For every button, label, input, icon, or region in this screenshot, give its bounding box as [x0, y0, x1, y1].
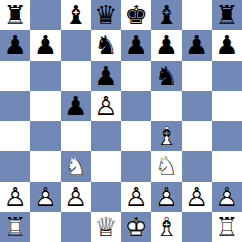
black-pawn-icon: ♟ [61, 91, 91, 121]
black-queen-icon: ♛ [91, 0, 121, 30]
square-e5[interactable] [121, 91, 151, 121]
square-d8[interactable]: ♛ [91, 0, 121, 30]
square-a8[interactable]: ♜ [0, 0, 30, 30]
square-d6[interactable]: ♟ [91, 61, 121, 91]
square-g8[interactable] [182, 0, 212, 30]
white-rook-icon: ♜♖ [0, 212, 30, 242]
square-c7[interactable] [61, 30, 91, 60]
square-g6[interactable] [182, 61, 212, 91]
square-c2[interactable]: ♟♙ [61, 182, 91, 212]
white-bishop-icon: ♝♗ [151, 212, 181, 242]
square-c8[interactable]: ♝ [61, 0, 91, 30]
square-e4[interactable] [121, 121, 151, 151]
square-h8[interactable]: ♜ [212, 0, 242, 30]
square-b6[interactable] [30, 61, 60, 91]
black-pawn-icon: ♟ [121, 30, 151, 60]
square-g5[interactable] [182, 91, 212, 121]
white-pawn-icon: ♟♙ [0, 182, 30, 212]
square-b2[interactable]: ♟♙ [30, 182, 60, 212]
white-pawn-icon: ♟♙ [212, 182, 242, 212]
square-a6[interactable] [0, 61, 30, 91]
square-h1[interactable]: ♜♖ [212, 212, 242, 242]
square-b8[interactable] [30, 0, 60, 30]
square-d1[interactable]: ♛♕ [91, 212, 121, 242]
square-a4[interactable] [0, 121, 30, 151]
square-e7[interactable]: ♟ [121, 30, 151, 60]
square-a7[interactable]: ♟ [0, 30, 30, 60]
black-bishop-icon: ♝ [151, 0, 181, 30]
chess-board: ♜♝♛♚♝♜♟♟♞♟♟♟♟♟♞♟♟♙♝♗♞♘♞♘♟♙♟♙♟♙♟♙♟♙♟♙♟♙♜♖… [0, 0, 242, 242]
white-bishop-icon: ♝♗ [151, 121, 181, 151]
square-b1[interactable] [30, 212, 60, 242]
square-d5[interactable]: ♟♙ [91, 91, 121, 121]
square-a5[interactable] [0, 91, 30, 121]
square-e2[interactable]: ♟♙ [121, 182, 151, 212]
white-pawn-icon: ♟♙ [61, 182, 91, 212]
white-queen-icon: ♛♕ [91, 212, 121, 242]
square-b4[interactable] [30, 121, 60, 151]
square-h5[interactable] [212, 91, 242, 121]
square-g4[interactable] [182, 121, 212, 151]
square-h4[interactable] [212, 121, 242, 151]
white-knight-icon: ♞♘ [151, 151, 181, 181]
square-g3[interactable] [182, 151, 212, 181]
square-h3[interactable] [212, 151, 242, 181]
square-f7[interactable]: ♟ [151, 30, 181, 60]
white-pawn-icon: ♟♙ [182, 182, 212, 212]
black-pawn-icon: ♟ [151, 30, 181, 60]
black-rook-icon: ♜ [0, 0, 30, 30]
black-king-icon: ♚ [121, 0, 151, 30]
square-a1[interactable]: ♜♖ [0, 212, 30, 242]
white-pawn-icon: ♟♙ [121, 182, 151, 212]
white-pawn-icon: ♟♙ [151, 182, 181, 212]
black-knight-icon: ♞ [151, 61, 181, 91]
black-pawn-icon: ♟ [182, 30, 212, 60]
black-pawn-icon: ♟ [212, 30, 242, 60]
black-knight-icon: ♞ [91, 30, 121, 60]
black-pawn-icon: ♟ [30, 30, 60, 60]
white-pawn-icon: ♟♙ [30, 182, 60, 212]
square-g2[interactable]: ♟♙ [182, 182, 212, 212]
square-b5[interactable] [30, 91, 60, 121]
white-knight-icon: ♞♘ [61, 151, 91, 181]
square-h2[interactable]: ♟♙ [212, 182, 242, 212]
white-pawn-icon: ♟♙ [91, 91, 121, 121]
square-b7[interactable]: ♟ [30, 30, 60, 60]
white-rook-icon: ♜♖ [212, 212, 242, 242]
square-c4[interactable] [61, 121, 91, 151]
square-f2[interactable]: ♟♙ [151, 182, 181, 212]
square-b3[interactable] [30, 151, 60, 181]
square-f6[interactable]: ♞ [151, 61, 181, 91]
square-e1[interactable]: ♚♔ [121, 212, 151, 242]
square-d3[interactable] [91, 151, 121, 181]
square-g7[interactable]: ♟ [182, 30, 212, 60]
square-h7[interactable]: ♟ [212, 30, 242, 60]
square-c5[interactable]: ♟ [61, 91, 91, 121]
chess-board-container: ♜♝♛♚♝♜♟♟♞♟♟♟♟♟♞♟♟♙♝♗♞♘♞♘♟♙♟♙♟♙♟♙♟♙♟♙♟♙♜♖… [0, 0, 242, 242]
square-f3[interactable]: ♞♘ [151, 151, 181, 181]
square-e3[interactable] [121, 151, 151, 181]
black-pawn-icon: ♟ [91, 61, 121, 91]
black-pawn-icon: ♟ [0, 30, 30, 60]
square-f1[interactable]: ♝♗ [151, 212, 181, 242]
square-a2[interactable]: ♟♙ [0, 182, 30, 212]
square-f8[interactable]: ♝ [151, 0, 181, 30]
square-a3[interactable] [0, 151, 30, 181]
black-rook-icon: ♜ [212, 0, 242, 30]
white-king-icon: ♚♔ [121, 212, 151, 242]
square-c3[interactable]: ♞♘ [61, 151, 91, 181]
square-c1[interactable] [61, 212, 91, 242]
square-d4[interactable] [91, 121, 121, 151]
square-f5[interactable] [151, 91, 181, 121]
square-h6[interactable] [212, 61, 242, 91]
square-d7[interactable]: ♞ [91, 30, 121, 60]
square-g1[interactable] [182, 212, 212, 242]
square-e8[interactable]: ♚ [121, 0, 151, 30]
square-f4[interactable]: ♝♗ [151, 121, 181, 151]
square-c6[interactable] [61, 61, 91, 91]
square-e6[interactable] [121, 61, 151, 91]
square-d2[interactable] [91, 182, 121, 212]
black-bishop-icon: ♝ [61, 0, 91, 30]
